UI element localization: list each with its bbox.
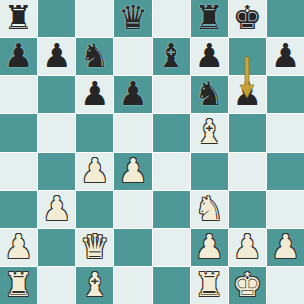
square-c2[interactable]: ♛	[76, 229, 113, 266]
square-g1[interactable]: ♚	[229, 267, 266, 304]
square-b5[interactable]	[38, 114, 75, 151]
square-h2[interactable]: ♟	[267, 229, 304, 266]
square-a4[interactable]	[0, 153, 37, 190]
white-pawn[interactable]: ♟	[42, 192, 72, 225]
square-f2[interactable]: ♟	[191, 229, 228, 266]
square-b8[interactable]	[38, 0, 75, 37]
square-b1[interactable]	[38, 267, 75, 304]
square-g5[interactable]	[229, 114, 266, 151]
square-a8[interactable]: ♜	[0, 0, 37, 37]
square-h1[interactable]	[267, 267, 304, 304]
black-pawn[interactable]: ♟	[194, 39, 224, 72]
square-a6[interactable]	[0, 76, 37, 113]
square-c3[interactable]	[76, 191, 113, 228]
square-d1[interactable]	[114, 267, 151, 304]
black-pawn[interactable]: ♟	[80, 77, 110, 110]
square-g4[interactable]	[229, 153, 266, 190]
square-e7[interactable]: ♝	[153, 38, 190, 75]
square-b2[interactable]	[38, 229, 75, 266]
white-queen[interactable]: ♛	[80, 230, 110, 263]
board-squares: ♜♛♜♚♟♟♞♝♟♟♟♟♞♟♝♟♟♟♞♟♛♟♟♟♜♝♜♚	[0, 0, 304, 304]
black-rook[interactable]: ♜	[4, 1, 34, 34]
square-f3[interactable]: ♞	[191, 191, 228, 228]
square-d5[interactable]	[114, 114, 151, 151]
square-h3[interactable]	[267, 191, 304, 228]
white-rook[interactable]: ♜	[194, 268, 224, 301]
black-queen[interactable]: ♛	[118, 1, 148, 34]
square-h5[interactable]	[267, 114, 304, 151]
black-bishop[interactable]: ♝	[156, 39, 186, 72]
square-f5[interactable]: ♝	[191, 114, 228, 151]
square-e2[interactable]	[153, 229, 190, 266]
square-g3[interactable]	[229, 191, 266, 228]
black-pawn[interactable]: ♟	[42, 39, 72, 72]
square-c6[interactable]: ♟	[76, 76, 113, 113]
square-b6[interactable]	[38, 76, 75, 113]
black-knight[interactable]: ♞	[80, 39, 110, 72]
square-b3[interactable]: ♟	[38, 191, 75, 228]
square-h4[interactable]	[267, 153, 304, 190]
white-king[interactable]: ♚	[233, 268, 263, 301]
square-g2[interactable]: ♟	[229, 229, 266, 266]
white-bishop[interactable]: ♝	[194, 115, 224, 148]
white-pawn[interactable]: ♟	[271, 230, 301, 263]
square-c1[interactable]: ♝	[76, 267, 113, 304]
square-d7[interactable]	[114, 38, 151, 75]
square-h7[interactable]: ♟	[267, 38, 304, 75]
square-e8[interactable]	[153, 0, 190, 37]
white-pawn[interactable]: ♟	[233, 230, 263, 263]
black-rook[interactable]: ♜	[194, 1, 224, 34]
square-d8[interactable]: ♛	[114, 0, 151, 37]
square-g8[interactable]: ♚	[229, 0, 266, 37]
square-e3[interactable]	[153, 191, 190, 228]
square-c5[interactable]	[76, 114, 113, 151]
square-c8[interactable]	[76, 0, 113, 37]
black-pawn[interactable]: ♟	[271, 39, 301, 72]
square-b7[interactable]: ♟	[38, 38, 75, 75]
square-h8[interactable]	[267, 0, 304, 37]
black-pawn[interactable]: ♟	[233, 77, 263, 110]
square-c4[interactable]: ♟	[76, 153, 113, 190]
black-pawn[interactable]: ♟	[4, 39, 34, 72]
square-g6[interactable]: ♟	[229, 76, 266, 113]
white-pawn[interactable]: ♟	[80, 154, 110, 187]
square-c7[interactable]: ♞	[76, 38, 113, 75]
square-a2[interactable]: ♟	[0, 229, 37, 266]
square-a3[interactable]	[0, 191, 37, 228]
square-f4[interactable]	[191, 153, 228, 190]
square-a1[interactable]: ♜	[0, 267, 37, 304]
black-pawn[interactable]: ♟	[118, 77, 148, 110]
square-a7[interactable]: ♟	[0, 38, 37, 75]
white-rook[interactable]: ♜	[4, 268, 34, 301]
square-g7[interactable]	[229, 38, 266, 75]
square-d3[interactable]	[114, 191, 151, 228]
white-bishop[interactable]: ♝	[80, 268, 110, 301]
square-a5[interactable]	[0, 114, 37, 151]
square-e6[interactable]	[153, 76, 190, 113]
white-pawn[interactable]: ♟	[118, 154, 148, 187]
white-pawn[interactable]: ♟	[4, 230, 34, 263]
square-d4[interactable]: ♟	[114, 153, 151, 190]
square-e5[interactable]	[153, 114, 190, 151]
square-f8[interactable]: ♜	[191, 0, 228, 37]
black-king[interactable]: ♚	[233, 1, 263, 34]
square-f7[interactable]: ♟	[191, 38, 228, 75]
square-e4[interactable]	[153, 153, 190, 190]
square-d6[interactable]: ♟	[114, 76, 151, 113]
square-f1[interactable]: ♜	[191, 267, 228, 304]
white-knight[interactable]: ♞	[194, 192, 224, 225]
square-h6[interactable]	[267, 76, 304, 113]
square-b4[interactable]	[38, 153, 75, 190]
black-knight[interactable]: ♞	[194, 77, 224, 110]
white-pawn[interactable]: ♟	[194, 230, 224, 263]
square-f6[interactable]: ♞	[191, 76, 228, 113]
square-d2[interactable]	[114, 229, 151, 266]
chess-board: ♜♛♜♚♟♟♞♝♟♟♟♟♞♟♝♟♟♟♞♟♛♟♟♟♜♝♜♚	[0, 0, 304, 304]
square-e1[interactable]	[153, 267, 190, 304]
